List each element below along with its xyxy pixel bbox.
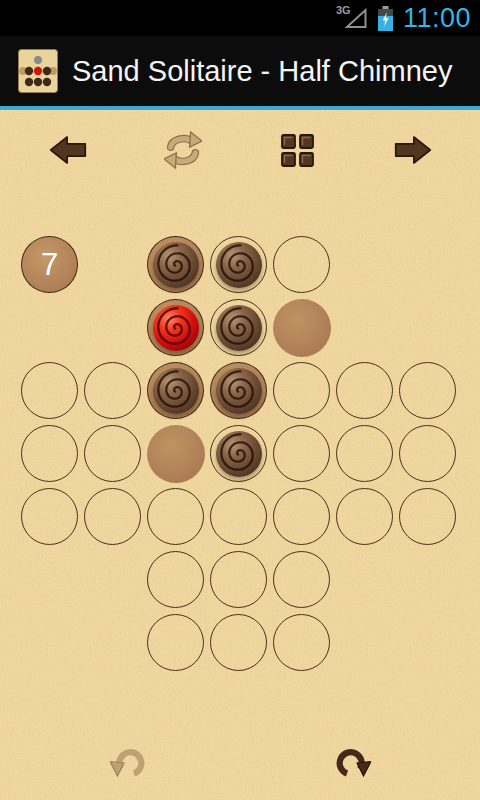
solitaire-board (18, 233, 459, 674)
hole-r3c3[interactable] (147, 362, 204, 419)
empty-hole-r5c1[interactable] (21, 488, 78, 545)
peg-r2c4[interactable] (216, 305, 262, 351)
jump-destination-r2c5[interactable] (273, 299, 331, 357)
empty-hole-r4c2[interactable] (84, 425, 141, 482)
page-title: Sand Solitaire - Half Chimney (72, 55, 452, 88)
peg-r1c4[interactable] (216, 242, 262, 288)
empty-hole-r3c6[interactable] (336, 362, 393, 419)
cell-r7c5 (270, 611, 333, 674)
peg-r4c4[interactable] (216, 431, 262, 477)
hole-r2c4[interactable] (210, 299, 267, 356)
off-board-r6c2 (81, 548, 144, 611)
cell-r1c4 (207, 233, 270, 296)
off-board-r6c7 (396, 548, 459, 611)
empty-hole-r4c7[interactable] (399, 425, 456, 482)
undo-button[interactable] (110, 743, 148, 781)
empty-hole-r3c5[interactable] (273, 362, 330, 419)
cell-r5c3 (144, 485, 207, 548)
empty-hole-r5c5[interactable] (273, 488, 330, 545)
cell-r7c4 (207, 611, 270, 674)
off-board-r6c6 (333, 548, 396, 611)
empty-hole-r7c3[interactable] (147, 614, 204, 671)
cell-r5c4 (207, 485, 270, 548)
signal-strength-icon: 3G (344, 7, 368, 29)
off-board-r7c1 (18, 611, 81, 674)
empty-hole-r3c1[interactable] (21, 362, 78, 419)
cell-r5c6 (333, 485, 396, 548)
cell-r4c6 (333, 422, 396, 485)
cell-r3c2 (81, 359, 144, 422)
empty-hole-r3c7[interactable] (399, 362, 456, 419)
off-board-r2c6 (333, 296, 396, 359)
off-board-r2c2 (81, 296, 144, 359)
cell-r4c4 (207, 422, 270, 485)
cell-r5c7 (396, 485, 459, 548)
peg-r3c4[interactable] (216, 368, 262, 414)
next-level-button[interactable] (355, 128, 470, 172)
empty-hole-r6c4[interactable] (210, 551, 267, 608)
network-type-label: 3G (336, 4, 351, 16)
battery-charging-icon (378, 6, 393, 31)
clock: 11:00 (403, 3, 471, 34)
empty-hole-r6c5[interactable] (273, 551, 330, 608)
off-board-r1c7 (396, 233, 459, 296)
forward-arrow-icon (394, 134, 432, 166)
cell-r3c3 (144, 359, 207, 422)
redo-icon (333, 743, 371, 781)
off-board-r7c6 (333, 611, 396, 674)
off-board-r1c2 (81, 233, 144, 296)
off-board-r6c1 (18, 548, 81, 611)
cell-r1c3 (144, 233, 207, 296)
cell-r2c3 (144, 296, 207, 359)
cell-r6c4 (207, 548, 270, 611)
title-bar: Sand Solitaire - Half Chimney (0, 36, 480, 110)
selected-peg-r2c3[interactable] (153, 305, 199, 351)
off-board-r2c7 (396, 296, 459, 359)
cell-r4c3 (144, 422, 207, 485)
empty-hole-r5c2[interactable] (84, 488, 141, 545)
app-icon (18, 49, 58, 93)
cell-r7c3 (144, 611, 207, 674)
cell-r4c7 (396, 422, 459, 485)
empty-hole-r4c5[interactable] (273, 425, 330, 482)
play-area: 7 (0, 110, 480, 800)
off-board-r7c2 (81, 611, 144, 674)
cell-r3c1 (18, 359, 81, 422)
empty-hole-r1c5[interactable] (273, 236, 330, 293)
cell-r1c5 (270, 233, 333, 296)
off-board-r2c1 (18, 296, 81, 359)
hole-r2c3[interactable] (147, 299, 204, 356)
toolbar (0, 128, 480, 172)
jump-destination-r4c3[interactable] (147, 425, 205, 483)
cell-r5c2 (81, 485, 144, 548)
level-grid-icon (281, 134, 314, 167)
cell-r3c4 (207, 359, 270, 422)
hole-r1c4[interactable] (210, 236, 267, 293)
cell-r4c1 (18, 422, 81, 485)
undo-icon (110, 743, 148, 781)
peg-r1c3[interactable] (153, 242, 199, 288)
cell-r4c5 (270, 422, 333, 485)
restart-icon (164, 130, 202, 170)
off-board-r1c6 (333, 233, 396, 296)
previous-level-button[interactable] (10, 128, 125, 172)
back-arrow-icon (49, 134, 87, 166)
empty-hole-r5c3[interactable] (147, 488, 204, 545)
cell-r5c5 (270, 485, 333, 548)
empty-hole-r4c6[interactable] (336, 425, 393, 482)
cell-r3c6 (333, 359, 396, 422)
cell-r4c2 (81, 422, 144, 485)
redo-button[interactable] (333, 743, 371, 781)
peg-r3c3[interactable] (153, 368, 199, 414)
empty-hole-r7c5[interactable] (273, 614, 330, 671)
off-board-r1c1 (18, 233, 81, 296)
hole-r3c4[interactable] (210, 362, 267, 419)
hole-r1c3[interactable] (147, 236, 204, 293)
cell-r2c5 (270, 296, 333, 359)
level-select-button[interactable] (240, 128, 355, 172)
cell-r2c4 (207, 296, 270, 359)
status-bar: 3G 11:00 (0, 0, 480, 36)
restart-level-button[interactable] (125, 128, 240, 172)
empty-hole-r3c2[interactable] (84, 362, 141, 419)
cell-r3c7 (396, 359, 459, 422)
hole-r4c4[interactable] (210, 425, 267, 482)
cell-r6c3 (144, 548, 207, 611)
cell-r5c1 (18, 485, 81, 548)
empty-hole-r4c1[interactable] (21, 425, 78, 482)
empty-hole-r5c6[interactable] (336, 488, 393, 545)
empty-hole-r5c7[interactable] (399, 488, 456, 545)
empty-hole-r5c4[interactable] (210, 488, 267, 545)
off-board-r7c7 (396, 611, 459, 674)
cell-r6c5 (270, 548, 333, 611)
empty-hole-r7c4[interactable] (210, 614, 267, 671)
cell-r3c5 (270, 359, 333, 422)
empty-hole-r6c3[interactable] (147, 551, 204, 608)
